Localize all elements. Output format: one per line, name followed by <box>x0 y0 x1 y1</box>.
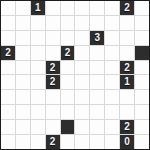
empty-cell[interactable] <box>105 31 119 45</box>
empty-cell[interactable] <box>31 16 45 30</box>
empty-cell[interactable] <box>135 90 149 104</box>
empty-cell[interactable] <box>61 90 75 104</box>
clue-cell: 2 <box>61 46 75 60</box>
empty-cell[interactable] <box>90 90 104 104</box>
clue-cell: 2 <box>46 135 60 149</box>
empty-cell[interactable] <box>46 31 60 45</box>
clue-cell: 2 <box>120 1 134 15</box>
empty-cell[interactable] <box>46 46 60 60</box>
empty-cell[interactable] <box>31 135 45 149</box>
clue-cell: 1 <box>31 1 45 15</box>
empty-cell[interactable] <box>135 120 149 134</box>
empty-cell[interactable] <box>1 31 15 45</box>
black-cell <box>135 46 149 60</box>
clue-cell: 2 <box>1 46 15 60</box>
empty-cell[interactable] <box>16 16 30 30</box>
empty-cell[interactable] <box>120 90 134 104</box>
empty-cell[interactable] <box>1 1 15 15</box>
empty-cell[interactable] <box>90 1 104 15</box>
empty-cell[interactable] <box>105 90 119 104</box>
empty-cell[interactable] <box>61 16 75 30</box>
empty-cell[interactable] <box>46 16 60 30</box>
empty-cell[interactable] <box>31 61 45 75</box>
empty-cell[interactable] <box>75 61 89 75</box>
clue-cell: 2 <box>120 120 134 134</box>
empty-cell[interactable] <box>75 105 89 119</box>
empty-cell[interactable] <box>105 135 119 149</box>
clue-cell: 2 <box>46 75 60 89</box>
empty-cell[interactable] <box>135 135 149 149</box>
empty-cell[interactable] <box>135 105 149 119</box>
empty-cell[interactable] <box>1 90 15 104</box>
empty-cell[interactable] <box>90 16 104 30</box>
clue-cell: 2 <box>46 61 60 75</box>
empty-cell[interactable] <box>16 46 30 60</box>
empty-cell[interactable] <box>105 105 119 119</box>
empty-cell[interactable] <box>135 31 149 45</box>
empty-cell[interactable] <box>16 90 30 104</box>
clue-cell: 1 <box>120 75 134 89</box>
empty-cell[interactable] <box>16 120 30 134</box>
empty-cell[interactable] <box>31 90 45 104</box>
empty-cell[interactable] <box>90 46 104 60</box>
empty-cell[interactable] <box>16 31 30 45</box>
empty-cell[interactable] <box>75 16 89 30</box>
empty-cell[interactable] <box>90 135 104 149</box>
empty-cell[interactable] <box>120 46 134 60</box>
empty-cell[interactable] <box>105 120 119 134</box>
clue-cell: 2 <box>120 61 134 75</box>
empty-cell[interactable] <box>61 135 75 149</box>
empty-cell[interactable] <box>135 75 149 89</box>
empty-cell[interactable] <box>90 105 104 119</box>
empty-cell[interactable] <box>105 1 119 15</box>
empty-cell[interactable] <box>120 16 134 30</box>
empty-cell[interactable] <box>75 90 89 104</box>
puzzle-board: 123222221220 <box>0 0 150 150</box>
clue-cell: 0 <box>120 135 134 149</box>
empty-cell[interactable] <box>105 16 119 30</box>
empty-cell[interactable] <box>46 105 60 119</box>
empty-cell[interactable] <box>1 105 15 119</box>
empty-cell[interactable] <box>61 105 75 119</box>
empty-cell[interactable] <box>75 46 89 60</box>
empty-cell[interactable] <box>75 135 89 149</box>
empty-cell[interactable] <box>16 61 30 75</box>
empty-cell[interactable] <box>105 46 119 60</box>
empty-cell[interactable] <box>46 90 60 104</box>
empty-cell[interactable] <box>120 31 134 45</box>
empty-cell[interactable] <box>135 1 149 15</box>
empty-cell[interactable] <box>46 1 60 15</box>
empty-cell[interactable] <box>1 61 15 75</box>
empty-cell[interactable] <box>1 16 15 30</box>
empty-cell[interactable] <box>1 75 15 89</box>
empty-cell[interactable] <box>90 75 104 89</box>
empty-cell[interactable] <box>90 120 104 134</box>
empty-cell[interactable] <box>31 46 45 60</box>
empty-cell[interactable] <box>105 61 119 75</box>
empty-cell[interactable] <box>16 75 30 89</box>
empty-cell[interactable] <box>135 16 149 30</box>
empty-cell[interactable] <box>31 31 45 45</box>
empty-cell[interactable] <box>31 105 45 119</box>
empty-cell[interactable] <box>16 105 30 119</box>
clue-cell: 3 <box>90 31 104 45</box>
empty-cell[interactable] <box>61 75 75 89</box>
empty-cell[interactable] <box>16 135 30 149</box>
empty-cell[interactable] <box>61 31 75 45</box>
empty-cell[interactable] <box>90 61 104 75</box>
empty-cell[interactable] <box>31 75 45 89</box>
empty-cell[interactable] <box>75 31 89 45</box>
empty-cell[interactable] <box>120 105 134 119</box>
black-cell <box>61 120 75 134</box>
empty-cell[interactable] <box>16 1 30 15</box>
empty-cell[interactable] <box>75 75 89 89</box>
empty-cell[interactable] <box>105 75 119 89</box>
empty-cell[interactable] <box>1 120 15 134</box>
empty-cell[interactable] <box>61 1 75 15</box>
empty-cell[interactable] <box>75 120 89 134</box>
empty-cell[interactable] <box>1 135 15 149</box>
empty-cell[interactable] <box>46 120 60 134</box>
empty-cell[interactable] <box>135 61 149 75</box>
empty-cell[interactable] <box>75 1 89 15</box>
empty-cell[interactable] <box>61 61 75 75</box>
empty-cell[interactable] <box>31 120 45 134</box>
